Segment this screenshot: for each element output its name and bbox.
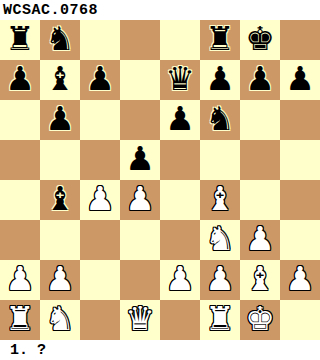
square-e7[interactable]: ♛ — [160, 60, 200, 100]
square-h6[interactable] — [280, 100, 320, 140]
square-a8[interactable]: ♜ — [0, 20, 40, 60]
square-g7[interactable]: ♟ — [240, 60, 280, 100]
black-pawn-piece: ♟ — [245, 59, 275, 99]
square-g6[interactable] — [240, 100, 280, 140]
square-f1[interactable]: ♜ — [200, 300, 240, 340]
square-b5[interactable] — [40, 140, 80, 180]
white-rook-piece: ♜ — [5, 299, 35, 339]
square-d7[interactable] — [120, 60, 160, 100]
black-knight-piece: ♞ — [45, 19, 75, 59]
black-pawn-piece: ♟ — [165, 99, 195, 139]
white-pawn-piece: ♟ — [165, 259, 195, 299]
square-d4[interactable]: ♟ — [120, 180, 160, 220]
black-rook-piece: ♜ — [5, 19, 35, 59]
square-h7[interactable]: ♟ — [280, 60, 320, 100]
square-g1[interactable]: ♚ — [240, 300, 280, 340]
square-c7[interactable]: ♟ — [80, 60, 120, 100]
white-rook-piece: ♜ — [205, 299, 235, 339]
square-a5[interactable] — [0, 140, 40, 180]
square-f5[interactable] — [200, 140, 240, 180]
square-d5[interactable]: ♟ — [120, 140, 160, 180]
square-b2[interactable]: ♟ — [40, 260, 80, 300]
square-b7[interactable]: ♝ — [40, 60, 80, 100]
move-prompt: 1. ? — [0, 340, 320, 360]
square-h3[interactable] — [280, 220, 320, 260]
white-king-piece: ♚ — [245, 299, 275, 339]
square-b1[interactable]: ♞ — [40, 300, 80, 340]
white-pawn-piece: ♟ — [285, 259, 315, 299]
square-a7[interactable]: ♟ — [0, 60, 40, 100]
square-h2[interactable]: ♟ — [280, 260, 320, 300]
square-f8[interactable]: ♜ — [200, 20, 240, 60]
black-rook-piece: ♜ — [205, 19, 235, 59]
black-pawn-piece: ♟ — [5, 59, 35, 99]
white-pawn-piece: ♟ — [5, 259, 35, 299]
square-a3[interactable] — [0, 220, 40, 260]
square-c3[interactable] — [80, 220, 120, 260]
square-c4[interactable]: ♟ — [80, 180, 120, 220]
square-e5[interactable] — [160, 140, 200, 180]
square-f2[interactable]: ♟ — [200, 260, 240, 300]
square-g5[interactable] — [240, 140, 280, 180]
white-pawn-piece: ♟ — [245, 219, 275, 259]
black-pawn-piece: ♟ — [125, 139, 155, 179]
white-bishop-piece: ♝ — [245, 259, 275, 299]
black-pawn-piece: ♟ — [45, 99, 75, 139]
square-h8[interactable] — [280, 20, 320, 60]
square-e4[interactable] — [160, 180, 200, 220]
square-d6[interactable] — [120, 100, 160, 140]
black-queen-piece: ♛ — [165, 59, 195, 99]
square-g2[interactable]: ♝ — [240, 260, 280, 300]
square-e6[interactable]: ♟ — [160, 100, 200, 140]
square-f3[interactable]: ♞ — [200, 220, 240, 260]
square-h5[interactable] — [280, 140, 320, 180]
square-a1[interactable]: ♜ — [0, 300, 40, 340]
square-f4[interactable]: ♝ — [200, 180, 240, 220]
black-pawn-piece: ♟ — [205, 59, 235, 99]
square-e3[interactable] — [160, 220, 200, 260]
square-a4[interactable] — [0, 180, 40, 220]
white-pawn-piece: ♟ — [125, 179, 155, 219]
white-queen-piece: ♛ — [125, 299, 155, 339]
square-f7[interactable]: ♟ — [200, 60, 240, 100]
black-pawn-piece: ♟ — [285, 59, 315, 99]
white-bishop-piece: ♝ — [205, 179, 235, 219]
square-b3[interactable] — [40, 220, 80, 260]
puzzle-title: WCSAC.0768 — [0, 0, 320, 20]
square-e2[interactable]: ♟ — [160, 260, 200, 300]
square-e1[interactable] — [160, 300, 200, 340]
square-c8[interactable] — [80, 20, 120, 60]
square-f6[interactable]: ♞ — [200, 100, 240, 140]
square-b4[interactable]: ♝ — [40, 180, 80, 220]
white-pawn-piece: ♟ — [45, 259, 75, 299]
square-b8[interactable]: ♞ — [40, 20, 80, 60]
square-d3[interactable] — [120, 220, 160, 260]
square-e8[interactable] — [160, 20, 200, 60]
square-d8[interactable] — [120, 20, 160, 60]
square-c5[interactable] — [80, 140, 120, 180]
square-a6[interactable] — [0, 100, 40, 140]
chess-board: ♜♞♜♚♟♝♟♛♟♟♟♟♟♞♟♝♟♟♝♞♟♟♟♟♟♝♟♜♞♛♜♚ — [0, 20, 320, 340]
black-bishop-piece: ♝ — [45, 59, 75, 99]
square-d2[interactable] — [120, 260, 160, 300]
square-c2[interactable] — [80, 260, 120, 300]
square-b6[interactable]: ♟ — [40, 100, 80, 140]
square-a2[interactable]: ♟ — [0, 260, 40, 300]
square-g4[interactable] — [240, 180, 280, 220]
square-g8[interactable]: ♚ — [240, 20, 280, 60]
square-c6[interactable] — [80, 100, 120, 140]
square-h1[interactable] — [280, 300, 320, 340]
white-pawn-piece: ♟ — [205, 259, 235, 299]
square-h4[interactable] — [280, 180, 320, 220]
white-knight-piece: ♞ — [205, 219, 235, 259]
square-g3[interactable]: ♟ — [240, 220, 280, 260]
black-king-piece: ♚ — [245, 19, 275, 59]
black-bishop-piece: ♝ — [45, 179, 75, 219]
square-d1[interactable]: ♛ — [120, 300, 160, 340]
white-pawn-piece: ♟ — [85, 179, 115, 219]
black-pawn-piece: ♟ — [85, 59, 115, 99]
white-knight-piece: ♞ — [45, 299, 75, 339]
square-c1[interactable] — [80, 300, 120, 340]
black-knight-piece: ♞ — [205, 99, 235, 139]
